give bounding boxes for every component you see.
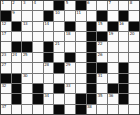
white-cell-r7c7[interactable] (76, 74, 86, 83)
clue-number-7: 7 (108, 1, 110, 6)
white-cell-r8c12[interactable] (129, 84, 139, 93)
black-cell-r6c11 (119, 63, 129, 72)
white-cell-r4c6[interactable] (65, 42, 75, 51)
black-cell-r8c1 (12, 84, 22, 93)
clue-number-31: 31 (98, 74, 103, 79)
white-cell-r0c11[interactable] (119, 1, 129, 10)
white-cell-r2c11[interactable]: 16 (119, 22, 129, 31)
clue-number-35: 35 (98, 94, 103, 99)
white-cell-r0c4[interactable] (44, 1, 54, 10)
white-cell-r3c12[interactable]: 20 (129, 32, 139, 41)
clue-number-9: 9 (12, 11, 14, 16)
white-cell-r10c8[interactable]: 38 (87, 105, 97, 114)
white-cell-r3c1[interactable] (12, 32, 22, 41)
black-cell-r4c1 (12, 42, 22, 51)
black-cell-r9c11 (119, 94, 129, 103)
black-cell-r2c6 (65, 22, 75, 31)
black-cell-r3c9 (97, 32, 107, 41)
black-cell-r4c4 (44, 42, 54, 51)
black-cell-r5c4 (44, 53, 54, 62)
white-cell-r9c2[interactable] (22, 94, 32, 103)
white-cell-r2c9[interactable]: 15 (97, 22, 107, 31)
white-cell-r4c5[interactable]: 21 (54, 42, 64, 51)
clue-number-20: 20 (130, 32, 135, 37)
white-cell-r6c4[interactable]: 28 (44, 63, 54, 72)
black-cell-r1c4 (44, 11, 54, 20)
white-cell-r0c9[interactable] (97, 1, 107, 10)
white-cell-r1c12[interactable] (129, 11, 139, 20)
white-cell-r0c3[interactable]: 4 (33, 1, 43, 10)
clue-number-16: 16 (119, 22, 124, 27)
clue-number-3: 3 (23, 1, 25, 6)
clue-number-28: 28 (44, 63, 49, 68)
black-cell-r0c7 (76, 1, 86, 10)
white-cell-r1c10[interactable] (108, 11, 118, 20)
clue-number-25: 25 (23, 53, 28, 58)
white-cell-r3c0[interactable]: 17 (1, 32, 11, 41)
black-cell-r1c0 (1, 11, 11, 20)
white-cell-r3c2[interactable] (22, 32, 32, 41)
white-cell-r5c1[interactable]: 24 (12, 53, 22, 62)
white-cell-r5c3[interactable] (33, 53, 43, 62)
white-cell-r5c12[interactable] (129, 53, 139, 62)
white-cell-r0c0[interactable]: 1 (1, 1, 11, 10)
white-cell-r2c0[interactable]: 12 (1, 22, 11, 31)
white-cell-r8c4[interactable] (44, 84, 54, 93)
white-cell-r7c5[interactable] (54, 74, 64, 83)
white-cell-r1c1[interactable]: 9 (12, 11, 22, 20)
clue-number-26: 26 (98, 53, 103, 58)
clue-number-18: 18 (66, 32, 71, 37)
black-cell-r2c1 (12, 22, 22, 31)
clue-number-32: 32 (2, 84, 7, 89)
clue-number-14: 14 (44, 22, 49, 27)
white-cell-r4c0[interactable] (1, 42, 11, 51)
white-cell-r10c2[interactable] (22, 105, 32, 114)
black-cell-r3c8 (87, 32, 97, 41)
black-cell-r5c8 (87, 53, 97, 62)
clue-number-12: 12 (2, 22, 7, 27)
white-cell-r5c2[interactable]: 25 (22, 53, 32, 62)
black-cell-r1c11 (119, 11, 129, 20)
black-cell-r10c7 (76, 105, 86, 114)
white-cell-r6c1[interactable] (12, 63, 22, 72)
white-cell-r4c3[interactable] (33, 42, 43, 51)
black-cell-r6c9 (97, 63, 107, 72)
black-cell-r6c5 (54, 63, 64, 72)
white-cell-r9c0[interactable] (1, 94, 11, 103)
black-cell-r1c9 (97, 11, 107, 20)
white-cell-r6c10[interactable] (108, 63, 118, 72)
clue-number-37: 37 (2, 105, 7, 110)
clue-number-24: 24 (12, 53, 17, 58)
white-cell-r8c6[interactable]: 33 (65, 84, 75, 93)
clue-number-1: 1 (2, 1, 4, 6)
white-cell-r7c4[interactable] (44, 74, 54, 83)
white-cell-r8c0[interactable]: 32 (1, 84, 11, 93)
white-cell-r10c6[interactable] (65, 105, 75, 114)
clue-number-15: 15 (98, 22, 103, 27)
clue-number-33: 33 (66, 84, 71, 89)
clue-number-27: 27 (2, 63, 7, 68)
white-cell-r2c7[interactable] (76, 22, 86, 31)
black-cell-r2c10 (108, 22, 118, 31)
white-cell-r0c8[interactable]: 6 (87, 1, 97, 10)
white-cell-r7c3[interactable] (33, 74, 43, 83)
black-cell-r7c8 (87, 74, 97, 83)
white-cell-r10c3[interactable] (33, 105, 43, 114)
white-cell-r2c3[interactable] (33, 22, 43, 31)
white-cell-r2c2[interactable]: 13 (22, 22, 32, 31)
clue-number-22: 22 (98, 42, 103, 47)
clue-number-4: 4 (34, 1, 36, 6)
white-cell-r10c1[interactable] (12, 105, 22, 114)
white-cell-r5c11[interactable] (119, 53, 129, 62)
white-cell-r10c4[interactable] (44, 105, 54, 114)
black-cell-r2c12 (129, 22, 139, 31)
white-cell-r4c7[interactable] (76, 42, 86, 51)
white-cell-r3c7[interactable] (76, 32, 86, 41)
white-cell-r7c12[interactable] (129, 74, 139, 83)
black-cell-r4c2 (22, 42, 32, 51)
black-cell-r0c5 (54, 1, 64, 10)
white-cell-r3c10[interactable]: 19 (108, 32, 118, 41)
black-cell-r7c0 (1, 74, 11, 83)
crossword-grid: 1234567891011121314151617181920212223242… (0, 0, 140, 115)
clue-number-29: 29 (66, 63, 71, 68)
white-cell-r4c11[interactable] (119, 42, 129, 51)
white-cell-r10c0[interactable]: 37 (1, 105, 11, 114)
white-cell-r0c6[interactable]: 5 (65, 1, 75, 10)
clue-number-6: 6 (87, 1, 89, 6)
white-cell-r1c2[interactable] (22, 11, 32, 20)
white-cell-r9c9[interactable]: 35 (97, 94, 107, 103)
white-cell-r1c7[interactable]: 11 (76, 11, 86, 20)
white-cell-r10c10[interactable] (108, 105, 118, 114)
white-cell-r5c9[interactable]: 26 (97, 53, 107, 62)
white-cell-r5c7[interactable] (76, 53, 86, 62)
white-cell-r0c1[interactable]: 2 (12, 1, 22, 10)
white-cell-r3c11[interactable] (119, 32, 129, 41)
white-cell-r1c8[interactable] (87, 11, 97, 20)
black-cell-r4c8 (87, 42, 97, 51)
white-cell-r3c6[interactable]: 18 (65, 32, 75, 41)
white-cell-r2c4[interactable]: 14 (44, 22, 54, 31)
white-cell-r9c6[interactable] (65, 94, 75, 103)
white-cell-r9c5[interactable] (54, 94, 64, 103)
black-cell-r9c8 (87, 94, 97, 103)
white-cell-r7c10[interactable] (108, 74, 118, 83)
clue-number-36: 36 (108, 94, 113, 99)
white-cell-r5c5[interactable] (54, 53, 64, 62)
white-cell-r8c9[interactable] (97, 84, 107, 93)
black-cell-r8c10 (108, 84, 118, 93)
black-cell-r7c11 (119, 74, 129, 83)
white-cell-r10c9[interactable] (97, 105, 107, 114)
white-cell-r10c11[interactable] (119, 105, 129, 114)
white-cell-r3c3[interactable] (33, 32, 43, 41)
black-cell-r6c8 (87, 63, 97, 72)
white-cell-r0c2[interactable]: 3 (22, 1, 32, 10)
black-cell-r9c7 (76, 94, 86, 103)
black-cell-r2c8 (87, 22, 97, 31)
clue-number-30: 30 (23, 74, 28, 79)
clue-number-34: 34 (44, 94, 49, 99)
clue-number-19: 19 (108, 32, 113, 37)
white-cell-r9c10[interactable]: 36 (108, 94, 118, 103)
clue-number-38: 38 (87, 105, 92, 110)
black-cell-r9c3 (33, 94, 43, 103)
white-cell-r10c12[interactable] (129, 105, 139, 114)
clue-number-2: 2 (12, 1, 14, 6)
clue-number-11: 11 (76, 11, 81, 16)
white-cell-r8c2[interactable] (22, 84, 32, 93)
white-cell-r7c2[interactable]: 30 (22, 74, 32, 83)
white-cell-r0c12[interactable]: 8 (129, 1, 139, 10)
white-cell-r6c12[interactable] (129, 63, 139, 72)
white-cell-r6c6[interactable]: 29 (65, 63, 75, 72)
white-cell-r6c0[interactable]: 27 (1, 63, 11, 72)
black-cell-r8c3 (33, 84, 43, 93)
white-cell-r6c2[interactable] (22, 63, 32, 72)
black-cell-r9c1 (12, 94, 22, 103)
clue-number-17: 17 (2, 32, 7, 37)
white-cell-r1c5[interactable]: 10 (54, 11, 64, 20)
black-cell-r5c6 (65, 53, 75, 62)
clue-number-13: 13 (23, 22, 28, 27)
white-cell-r1c3[interactable] (33, 11, 43, 20)
white-cell-r5c10[interactable] (108, 53, 118, 62)
clue-number-8: 8 (130, 1, 132, 6)
white-cell-r3c4[interactable] (44, 32, 54, 41)
white-cell-r4c10[interactable] (108, 42, 118, 51)
clue-number-21: 21 (55, 42, 60, 47)
white-cell-r3c5[interactable] (54, 32, 64, 41)
black-cell-r8c5 (54, 84, 64, 93)
white-cell-r4c12[interactable] (129, 42, 139, 51)
black-cell-r10c5 (54, 105, 64, 114)
white-cell-r9c4[interactable]: 34 (44, 94, 54, 103)
black-cell-r8c11 (119, 84, 129, 93)
white-cell-r4c9[interactable]: 22 (97, 42, 107, 51)
white-cell-r6c7[interactable] (76, 63, 86, 72)
black-cell-r8c8 (87, 84, 97, 93)
white-cell-r9c12[interactable] (129, 94, 139, 103)
white-cell-r7c6[interactable] (65, 74, 75, 83)
white-cell-r6c3[interactable] (33, 63, 43, 72)
black-cell-r7c1 (12, 74, 22, 83)
white-cell-r7c9[interactable]: 31 (97, 74, 107, 83)
white-cell-r5c0[interactable]: 23 (1, 53, 11, 62)
white-cell-r8c7[interactable] (76, 84, 86, 93)
white-cell-r0c10[interactable]: 7 (108, 1, 118, 10)
clue-number-5: 5 (66, 1, 68, 6)
clue-number-23: 23 (2, 53, 7, 58)
clue-number-10: 10 (55, 11, 60, 16)
white-cell-r1c6[interactable] (65, 11, 75, 20)
white-cell-r2c5[interactable] (54, 22, 64, 31)
